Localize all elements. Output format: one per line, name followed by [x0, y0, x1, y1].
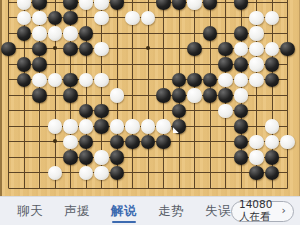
board-intersection[interactable] [78, 26, 94, 42]
board-intersection[interactable] [16, 134, 32, 150]
board-intersection[interactable] [78, 10, 94, 26]
board-intersection[interactable] [233, 72, 249, 88]
board-intersection[interactable] [264, 88, 280, 104]
board-intersection[interactable] [109, 0, 125, 10]
board-intersection[interactable] [140, 119, 156, 135]
board-intersection[interactable] [32, 165, 48, 181]
board-intersection[interactable] [233, 0, 249, 10]
board-intersection[interactable] [187, 181, 203, 197]
black-stone [156, 0, 170, 10]
board-intersection[interactable] [156, 57, 172, 73]
board-intersection[interactable] [171, 72, 187, 88]
board-intersection[interactable] [16, 165, 32, 181]
board-intersection[interactable] [94, 26, 110, 42]
board-intersection[interactable] [63, 103, 79, 119]
board-intersection[interactable] [218, 150, 234, 166]
board-intersection[interactable] [156, 88, 172, 104]
board-intersection[interactable] [202, 119, 218, 135]
board-intersection[interactable] [1, 10, 17, 26]
black-stone [63, 73, 77, 87]
white-stone [110, 119, 124, 133]
board-intersection[interactable] [47, 88, 63, 104]
board-intersection[interactable] [280, 72, 296, 88]
white-stone [17, 0, 31, 10]
board-intersection[interactable] [156, 0, 172, 10]
board-intersection[interactable] [264, 57, 280, 73]
board-intersection[interactable] [280, 88, 296, 104]
board-intersection[interactable] [264, 0, 280, 10]
board-intersection[interactable] [218, 10, 234, 26]
board-intersection[interactable] [264, 103, 280, 119]
board-intersection[interactable] [264, 150, 280, 166]
board-intersection[interactable] [187, 165, 203, 181]
board-intersection[interactable] [280, 26, 296, 42]
board-intersection[interactable] [249, 134, 265, 150]
board-intersection[interactable] [109, 88, 125, 104]
board-intersection[interactable] [16, 150, 32, 166]
board-intersection[interactable] [125, 88, 141, 104]
board-intersection[interactable] [249, 119, 265, 135]
board-intersection[interactable] [125, 57, 141, 73]
black-stone [125, 135, 139, 149]
board-intersection[interactable] [171, 150, 187, 166]
board-intersection[interactable] [233, 41, 249, 57]
board-intersection[interactable] [94, 57, 110, 73]
board-intersection[interactable] [78, 0, 94, 10]
board-intersection[interactable] [171, 0, 187, 10]
board-intersection[interactable] [32, 181, 48, 197]
board-intersection[interactable] [125, 0, 141, 10]
board-intersection[interactable] [202, 26, 218, 42]
board-intersection[interactable] [47, 181, 63, 197]
board-intersection[interactable] [109, 103, 125, 119]
board-intersection[interactable] [233, 119, 249, 135]
board-intersection[interactable] [249, 72, 265, 88]
black-stone [48, 11, 62, 25]
board-intersection[interactable] [249, 10, 265, 26]
board-intersection[interactable] [140, 0, 156, 10]
board-intersection[interactable] [78, 41, 94, 57]
board-intersection[interactable] [264, 134, 280, 150]
board-intersection[interactable] [280, 150, 296, 166]
board-intersection[interactable] [280, 57, 296, 73]
board-intersection[interactable] [32, 72, 48, 88]
board-intersection[interactable] [280, 103, 296, 119]
board-intersection[interactable] [32, 119, 48, 135]
board-intersection[interactable] [218, 134, 234, 150]
board-intersection[interactable] [233, 57, 249, 73]
board-intersection[interactable] [171, 26, 187, 42]
board-intersection[interactable] [233, 88, 249, 104]
board-intersection[interactable] [202, 57, 218, 73]
board-intersection[interactable] [156, 103, 172, 119]
board-intersection[interactable] [94, 10, 110, 26]
board-intersection[interactable] [171, 165, 187, 181]
board-intersection[interactable] [202, 181, 218, 197]
white-stone [187, 88, 201, 102]
board-intersection[interactable] [202, 165, 218, 181]
black-stone [17, 26, 31, 40]
board-intersection[interactable] [109, 26, 125, 42]
board-intersection[interactable] [16, 88, 32, 104]
white-stone [63, 135, 77, 149]
board-intersection[interactable] [264, 72, 280, 88]
board-intersection[interactable] [125, 103, 141, 119]
viewers-count-pill[interactable]: 14080人在看 › [231, 201, 294, 222]
board-intersection[interactable] [125, 10, 141, 26]
board-intersection[interactable] [187, 72, 203, 88]
tab-mistakes[interactable]: 失误 [205, 204, 231, 218]
board-intersection[interactable] [264, 181, 280, 197]
board-intersection[interactable] [202, 10, 218, 26]
black-stone [203, 73, 217, 87]
board-intersection[interactable] [156, 26, 172, 42]
board-intersection[interactable] [249, 165, 265, 181]
board-intersection[interactable] [63, 10, 79, 26]
board-intersection[interactable] [171, 10, 187, 26]
black-stone [79, 104, 93, 118]
board-intersection[interactable] [125, 119, 141, 135]
board-intersection[interactable] [125, 134, 141, 150]
board-intersection[interactable] [218, 88, 234, 104]
board-intersection[interactable] [233, 10, 249, 26]
white-stone [141, 119, 155, 133]
board-intersection[interactable] [280, 119, 296, 135]
black-stone [187, 73, 201, 87]
board-intersection[interactable] [47, 165, 63, 181]
white-stone [234, 88, 248, 102]
board-intersection[interactable] [264, 119, 280, 135]
board-intersection[interactable] [32, 88, 48, 104]
board-intersection[interactable] [187, 57, 203, 73]
board-intersection[interactable] [156, 134, 172, 150]
board-intersection[interactable] [202, 0, 218, 10]
white-stone [249, 42, 263, 56]
go-board-area[interactable] [0, 0, 300, 196]
board-intersection[interactable] [47, 72, 63, 88]
board-intersection[interactable] [140, 10, 156, 26]
board-intersection[interactable] [218, 165, 234, 181]
tab-chat[interactable]: 聊天 [17, 204, 43, 218]
board-intersection[interactable] [140, 26, 156, 42]
board-intersection[interactable] [125, 181, 141, 197]
board-intersection[interactable] [171, 119, 187, 135]
board-intersection[interactable] [140, 134, 156, 150]
board-intersection[interactable] [249, 150, 265, 166]
white-stone [48, 73, 62, 87]
board-intersection[interactable] [171, 41, 187, 57]
board-intersection[interactable] [109, 134, 125, 150]
board-intersection[interactable] [218, 57, 234, 73]
board-intersection[interactable] [140, 57, 156, 73]
white-stone [110, 88, 124, 102]
board-intersection[interactable] [249, 57, 265, 73]
board-intersection[interactable] [187, 26, 203, 42]
board-intersection[interactable] [32, 134, 48, 150]
board-intersection[interactable] [1, 0, 17, 10]
black-stone [63, 42, 77, 56]
black-stone [63, 150, 77, 164]
board-intersection[interactable] [78, 88, 94, 104]
board-intersection[interactable] [249, 103, 265, 119]
last-move-triangle-marker [173, 125, 181, 133]
board-intersection[interactable] [233, 150, 249, 166]
board-intersection[interactable] [187, 10, 203, 26]
board-intersection[interactable] [233, 165, 249, 181]
board-intersection[interactable] [16, 26, 32, 42]
black-stone [172, 119, 186, 133]
board-intersection[interactable] [1, 150, 17, 166]
black-stone [156, 135, 170, 149]
board-intersection[interactable] [32, 10, 48, 26]
board-intersection[interactable] [187, 41, 203, 57]
board-intersection[interactable] [94, 72, 110, 88]
board-intersection[interactable] [202, 72, 218, 88]
board-intersection[interactable] [156, 150, 172, 166]
board-intersection[interactable] [47, 103, 63, 119]
board-intersection[interactable] [16, 72, 32, 88]
board-intersection[interactable] [47, 134, 63, 150]
board-intersection[interactable] [16, 57, 32, 73]
black-stone [156, 88, 170, 102]
board-intersection[interactable] [202, 103, 218, 119]
board-intersection[interactable] [218, 72, 234, 88]
tab-trend[interactable]: 走势 [158, 204, 184, 218]
board-intersection[interactable] [171, 88, 187, 104]
board-intersection[interactable] [94, 150, 110, 166]
board-intersection[interactable] [1, 165, 17, 181]
board-intersection[interactable] [156, 119, 172, 135]
board-intersection[interactable] [94, 103, 110, 119]
board-intersection[interactable] [202, 150, 218, 166]
board-intersection[interactable] [249, 26, 265, 42]
board-intersection[interactable] [171, 134, 187, 150]
board-intersection[interactable] [125, 41, 141, 57]
white-stone [94, 0, 108, 10]
board-intersection[interactable] [78, 181, 94, 197]
board-intersection[interactable] [218, 41, 234, 57]
board-intersection[interactable] [16, 181, 32, 197]
board-intersection[interactable] [125, 150, 141, 166]
board-intersection[interactable] [78, 134, 94, 150]
black-stone [265, 150, 279, 164]
board-intersection[interactable] [1, 103, 17, 119]
board-intersection[interactable] [47, 0, 63, 10]
board-intersection[interactable] [264, 41, 280, 57]
go-board-grid[interactable] [1, 0, 296, 196]
board-intersection[interactable] [249, 181, 265, 197]
board-intersection[interactable] [202, 41, 218, 57]
board-intersection[interactable] [280, 0, 296, 10]
board-intersection[interactable] [63, 0, 79, 10]
board-intersection[interactable] [233, 103, 249, 119]
white-stone [249, 26, 263, 40]
board-intersection[interactable] [63, 150, 79, 166]
board-intersection[interactable] [140, 165, 156, 181]
board-intersection[interactable] [47, 119, 63, 135]
board-intersection[interactable] [32, 26, 48, 42]
board-intersection[interactable] [1, 119, 17, 135]
board-intersection[interactable] [1, 72, 17, 88]
board-intersection[interactable] [1, 88, 17, 104]
board-intersection[interactable] [78, 72, 94, 88]
board-intersection[interactable] [140, 103, 156, 119]
board-intersection[interactable] [47, 150, 63, 166]
board-intersection[interactable] [218, 26, 234, 42]
board-intersection[interactable] [264, 26, 280, 42]
white-stone [125, 119, 139, 133]
white-stone [63, 119, 77, 133]
board-intersection[interactable] [63, 181, 79, 197]
board-intersection[interactable] [140, 41, 156, 57]
board-intersection[interactable] [249, 41, 265, 57]
board-intersection[interactable] [249, 88, 265, 104]
board-intersection[interactable] [109, 181, 125, 197]
board-intersection[interactable] [233, 134, 249, 150]
board-intersection[interactable] [171, 57, 187, 73]
board-intersection[interactable] [78, 103, 94, 119]
board-intersection[interactable] [187, 150, 203, 166]
chevron-right-icon: › [282, 206, 286, 216]
board-intersection[interactable] [280, 10, 296, 26]
board-intersection[interactable] [109, 72, 125, 88]
board-intersection[interactable] [156, 72, 172, 88]
black-stone [203, 0, 217, 10]
board-intersection[interactable] [16, 10, 32, 26]
board-intersection[interactable] [1, 181, 17, 197]
board-intersection[interactable] [125, 72, 141, 88]
black-stone [234, 57, 248, 71]
board-intersection[interactable] [109, 41, 125, 57]
board-intersection[interactable] [32, 103, 48, 119]
white-stone [94, 11, 108, 25]
board-intersection[interactable] [218, 119, 234, 135]
board-intersection[interactable] [280, 181, 296, 197]
board-intersection[interactable] [218, 103, 234, 119]
board-intersection[interactable] [187, 88, 203, 104]
board-intersection[interactable] [63, 88, 79, 104]
board-intersection[interactable] [202, 134, 218, 150]
board-intersection[interactable] [140, 181, 156, 197]
board-intersection[interactable] [109, 10, 125, 26]
board-intersection[interactable] [78, 165, 94, 181]
board-intersection[interactable] [140, 88, 156, 104]
board-intersection[interactable] [109, 150, 125, 166]
board-intersection[interactable] [78, 150, 94, 166]
board-intersection[interactable] [32, 0, 48, 10]
board-intersection[interactable] [47, 26, 63, 42]
board-intersection[interactable] [187, 119, 203, 135]
board-intersection[interactable] [171, 181, 187, 197]
board-intersection[interactable] [63, 57, 79, 73]
board-intersection[interactable] [94, 181, 110, 197]
board-intersection[interactable] [109, 119, 125, 135]
board-intersection[interactable] [156, 181, 172, 197]
board-intersection[interactable] [16, 0, 32, 10]
board-intersection[interactable] [1, 57, 17, 73]
board-intersection[interactable] [32, 41, 48, 57]
board-intersection[interactable] [47, 57, 63, 73]
white-stone [94, 150, 108, 164]
board-intersection[interactable] [125, 165, 141, 181]
black-stone [79, 42, 93, 56]
board-intersection[interactable] [233, 26, 249, 42]
board-intersection[interactable] [47, 10, 63, 26]
board-intersection[interactable] [94, 119, 110, 135]
board-intersection[interactable] [94, 0, 110, 10]
board-intersection[interactable] [16, 119, 32, 135]
board-intersection[interactable] [280, 165, 296, 181]
board-intersection[interactable] [1, 134, 17, 150]
board-intersection[interactable] [140, 72, 156, 88]
board-intersection[interactable] [63, 72, 79, 88]
board-intersection[interactable] [63, 119, 79, 135]
black-stone [203, 88, 217, 102]
board-intersection[interactable] [202, 88, 218, 104]
board-intersection[interactable] [156, 41, 172, 57]
board-intersection[interactable] [63, 26, 79, 42]
board-intersection[interactable] [187, 0, 203, 10]
black-stone [32, 57, 46, 71]
board-intersection[interactable] [218, 181, 234, 197]
board-intersection[interactable] [171, 103, 187, 119]
board-intersection[interactable] [63, 41, 79, 57]
white-stone [249, 57, 263, 71]
board-intersection[interactable] [1, 26, 17, 42]
board-intersection[interactable] [32, 150, 48, 166]
board-intersection[interactable] [16, 41, 32, 57]
board-intersection[interactable] [94, 165, 110, 181]
board-intersection[interactable] [1, 41, 17, 57]
white-stone [94, 42, 108, 56]
white-stone [265, 42, 279, 56]
board-intersection[interactable] [264, 10, 280, 26]
board-intersection[interactable] [78, 119, 94, 135]
tab-cheer[interactable]: 声援 [64, 204, 90, 218]
board-intersection[interactable] [94, 41, 110, 57]
board-intersection[interactable] [187, 103, 203, 119]
black-stone [187, 42, 201, 56]
board-intersection[interactable] [156, 10, 172, 26]
board-intersection[interactable] [32, 57, 48, 73]
board-intersection[interactable] [233, 181, 249, 197]
board-intersection[interactable] [280, 41, 296, 57]
board-intersection[interactable] [94, 88, 110, 104]
board-intersection[interactable] [47, 41, 63, 57]
board-intersection[interactable] [249, 0, 265, 10]
board-intersection[interactable] [218, 0, 234, 10]
board-intersection[interactable] [109, 57, 125, 73]
board-intersection[interactable] [78, 57, 94, 73]
board-intersection[interactable] [264, 165, 280, 181]
board-intersection[interactable] [156, 165, 172, 181]
black-stone [110, 0, 124, 10]
board-intersection[interactable] [109, 165, 125, 181]
board-intersection[interactable] [94, 134, 110, 150]
white-stone [125, 11, 139, 25]
tab-commentary[interactable]: 解说 [111, 204, 137, 218]
board-intersection[interactable] [125, 26, 141, 42]
board-intersection[interactable] [280, 134, 296, 150]
board-intersection[interactable] [63, 165, 79, 181]
board-intersection[interactable] [16, 103, 32, 119]
black-stone [265, 57, 279, 71]
board-intersection[interactable] [63, 134, 79, 150]
black-stone [234, 104, 248, 118]
board-intersection[interactable] [187, 134, 203, 150]
board-intersection[interactable] [140, 150, 156, 166]
white-stone [249, 11, 263, 25]
